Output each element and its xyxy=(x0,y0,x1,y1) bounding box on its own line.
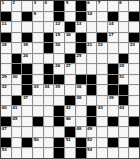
cell-r5c2[interactable] xyxy=(12,43,22,53)
cell-r2c2[interactable] xyxy=(12,12,22,22)
cell-r8c5-block xyxy=(44,75,54,85)
cell-r5c10[interactable]: 22 xyxy=(97,43,107,53)
cell-r1c1[interactable]: 1 xyxy=(1,1,11,11)
cell-r11c5[interactable] xyxy=(44,106,54,116)
clue-number: 22 xyxy=(98,43,103,48)
clue-number: 14 xyxy=(108,22,113,27)
cell-r3c12[interactable] xyxy=(119,22,129,32)
cell-r15c2[interactable] xyxy=(12,148,22,158)
cell-r5c13[interactable]: 23 xyxy=(129,43,139,53)
cell-r10c8[interactable]: 38 xyxy=(76,96,86,106)
cell-r2c1-block xyxy=(1,12,11,22)
cell-r13c4[interactable] xyxy=(33,127,43,137)
cell-r12c12[interactable] xyxy=(119,117,129,127)
cell-r14c13-block xyxy=(129,138,139,148)
clue-number: 11 xyxy=(2,22,7,27)
cell-r13c3[interactable] xyxy=(22,127,32,137)
clue-number: 5 xyxy=(66,1,68,6)
cell-r5c11[interactable] xyxy=(108,43,118,53)
cell-r6c6[interactable] xyxy=(54,54,64,64)
clue-number: 9 xyxy=(34,12,36,17)
clue-number: 34 xyxy=(44,85,49,90)
cell-r9c11-block xyxy=(108,85,118,95)
clue-number: 49 xyxy=(87,127,92,132)
cell-r11c9-block xyxy=(87,106,97,116)
clue-number: 19 xyxy=(23,43,28,48)
cell-r6c1[interactable] xyxy=(1,54,11,64)
cell-r8c3-block xyxy=(22,75,32,85)
cell-r1c5[interactable]: 4 xyxy=(44,1,54,11)
clue-number: 45 xyxy=(12,117,17,122)
cell-r4c13-block xyxy=(129,33,139,43)
clue-number: 1 xyxy=(2,1,4,6)
cell-r8c12[interactable]: 31 xyxy=(119,75,129,85)
clue-number: 27 xyxy=(66,64,71,69)
cell-r11c11[interactable] xyxy=(108,106,118,116)
cell-r13c8[interactable]: 48 xyxy=(76,127,86,137)
cell-r6c11[interactable] xyxy=(108,54,118,64)
cell-r10c3[interactable]: 37 xyxy=(22,96,32,106)
cell-r7c10[interactable] xyxy=(97,64,107,74)
cell-r1c8-block xyxy=(76,1,86,11)
cell-r3c1[interactable]: 11 xyxy=(1,22,11,32)
clue-number: 7 xyxy=(98,1,100,6)
cell-r14c10[interactable] xyxy=(97,138,107,148)
cell-r10c5[interactable] xyxy=(44,96,54,106)
clue-number: 33 xyxy=(34,85,39,90)
clue-number: 21 xyxy=(87,43,92,48)
cell-r14c11-block xyxy=(108,138,118,148)
clue-number: 8 xyxy=(119,1,121,6)
cell-r1c3[interactable] xyxy=(22,1,32,11)
cell-r2c6-block xyxy=(54,12,64,22)
cell-r3c7-block xyxy=(65,22,75,32)
cell-r3c8[interactable]: 13 xyxy=(76,22,86,32)
cell-r11c13[interactable] xyxy=(129,106,139,116)
cell-r11c8[interactable] xyxy=(76,106,86,116)
cell-r13c11[interactable] xyxy=(108,127,118,137)
cell-r3c3[interactable] xyxy=(22,22,32,32)
cell-r12c11-block xyxy=(108,117,118,127)
cell-r11c12[interactable]: 44 xyxy=(119,106,129,116)
clue-number: 25 xyxy=(76,54,81,59)
clue-number: 15 xyxy=(55,33,60,38)
cell-r12c4-block xyxy=(33,117,43,127)
cell-r5c5-block xyxy=(44,43,54,53)
cell-r10c1[interactable] xyxy=(1,96,11,106)
cell-r15c8-block xyxy=(76,148,86,158)
clue-number: 6 xyxy=(87,1,89,6)
cell-r6c7-block xyxy=(65,54,75,64)
cell-r10c12-block xyxy=(119,96,129,106)
cell-r4c10-block xyxy=(97,33,107,43)
cell-r7c9[interactable] xyxy=(87,64,97,74)
cell-r15c12[interactable] xyxy=(119,148,129,158)
cell-r13c5[interactable] xyxy=(44,127,54,137)
clue-number: 26 xyxy=(55,64,60,69)
cell-r8c13[interactable] xyxy=(129,75,139,85)
cell-r9c9-block xyxy=(87,85,97,95)
cell-r2c7[interactable] xyxy=(65,12,75,22)
cell-r9c13[interactable] xyxy=(129,85,139,95)
cell-r9c3-block xyxy=(22,85,32,95)
cell-r1c4[interactable]: 3 xyxy=(33,1,43,11)
cell-r9c2[interactable] xyxy=(12,85,22,95)
cell-r11c1[interactable]: 40 xyxy=(1,106,11,116)
crossword-grid: 1234567891011121314151617181920212223242… xyxy=(0,0,140,159)
cell-r12c13-block xyxy=(129,117,139,127)
cell-r1c7[interactable]: 5 xyxy=(65,1,75,11)
cell-r8c9-block xyxy=(87,75,97,85)
cell-r7c1[interactable] xyxy=(1,64,11,74)
cell-r9c7[interactable] xyxy=(65,85,75,95)
cell-r3c5[interactable] xyxy=(44,22,54,32)
cell-r6c9[interactable] xyxy=(87,54,97,64)
cell-r3c2[interactable] xyxy=(12,22,22,32)
clue-number: 51 xyxy=(66,138,71,143)
cell-r9c6[interactable]: 35 xyxy=(54,85,64,95)
cell-r5c4[interactable] xyxy=(33,43,43,53)
cell-r9c8[interactable]: 36 xyxy=(76,85,86,95)
cell-r6c10[interactable] xyxy=(97,54,107,64)
cell-r3c6[interactable]: 12 xyxy=(54,22,64,32)
cell-r6c2-block xyxy=(12,54,22,64)
cell-r11c7[interactable]: 42 xyxy=(65,106,75,116)
cell-r13c10[interactable] xyxy=(97,127,107,137)
cell-r4c4[interactable] xyxy=(33,33,43,43)
cell-r13c9[interactable]: 49 xyxy=(87,127,97,137)
cell-r15c6-block xyxy=(54,148,64,158)
cell-r12c2[interactable]: 45 xyxy=(12,117,22,127)
cell-r3c9[interactable] xyxy=(87,22,97,32)
cell-r2c10[interactable] xyxy=(97,12,107,22)
cell-r13c12[interactable] xyxy=(119,127,129,137)
clue-number: 48 xyxy=(76,127,81,132)
cell-r1c11[interactable] xyxy=(108,1,118,11)
cell-r4c2[interactable] xyxy=(12,33,22,43)
cell-r6c4[interactable] xyxy=(33,54,43,64)
cell-r6c8[interactable]: 25 xyxy=(76,54,86,64)
cell-r5c6[interactable]: 20 xyxy=(54,43,64,53)
clue-number: 12 xyxy=(55,22,60,27)
clue-number: 2 xyxy=(12,1,14,6)
cell-r11c6-block xyxy=(54,106,64,116)
clue-number: 52 xyxy=(87,138,92,143)
cell-r7c13[interactable] xyxy=(129,64,139,74)
cell-r11c4[interactable] xyxy=(33,106,43,116)
cell-r10c9[interactable] xyxy=(87,96,97,106)
cell-r13c7-block xyxy=(65,127,75,137)
cell-r8c6-block xyxy=(54,75,64,85)
clue-number: 35 xyxy=(55,85,60,90)
cell-r4c6[interactable]: 15 xyxy=(54,33,64,43)
clue-number: 54 xyxy=(87,148,92,153)
cell-r7c6[interactable]: 26 xyxy=(54,64,64,74)
cell-r15c10[interactable] xyxy=(97,148,107,158)
cell-r13c2[interactable] xyxy=(12,127,22,137)
cell-r13c6[interactable] xyxy=(54,127,64,137)
cell-r12c3[interactable] xyxy=(22,117,32,127)
cell-r4c1-block xyxy=(1,33,11,43)
clue-number: 29 xyxy=(2,75,7,80)
cell-r7c12[interactable]: 28 xyxy=(119,64,129,74)
cell-r12c5[interactable] xyxy=(44,117,54,127)
cell-r2c12[interactable] xyxy=(119,12,129,22)
cell-r4c3-block xyxy=(22,33,32,43)
cell-r1c2[interactable]: 2 xyxy=(12,1,22,11)
cell-r7c7[interactable]: 27 xyxy=(65,64,75,74)
clue-number: 53 xyxy=(2,148,7,153)
cell-r7c5-block xyxy=(44,64,54,74)
cell-r5c12[interactable] xyxy=(119,43,129,53)
cell-r12c9-block xyxy=(87,117,97,127)
cell-r6c13[interactable] xyxy=(129,54,139,64)
clue-number: 24 xyxy=(23,54,28,59)
cell-r7c3-block xyxy=(22,64,32,74)
cell-r5c3[interactable]: 19 xyxy=(22,43,32,53)
cell-r10c11[interactable]: 39 xyxy=(108,96,118,106)
clue-number: 32 xyxy=(2,85,7,90)
cell-r12c6-block xyxy=(54,117,64,127)
cell-r14c5[interactable] xyxy=(44,138,54,148)
cell-r14c9[interactable]: 52 xyxy=(87,138,97,148)
cell-r5c9[interactable]: 21 xyxy=(87,43,97,53)
cell-r9c5[interactable]: 34 xyxy=(44,85,54,95)
cell-r12c8[interactable] xyxy=(76,117,86,127)
cell-r7c4[interactable] xyxy=(33,64,43,74)
cell-r1c13[interactable] xyxy=(129,1,139,11)
cell-r4c7[interactable]: 16 xyxy=(65,33,75,43)
clue-number: 44 xyxy=(119,106,124,111)
cell-r10c6[interactable] xyxy=(54,96,64,106)
clue-number: 38 xyxy=(76,96,81,101)
cell-r15c7[interactable] xyxy=(65,148,75,158)
clue-number: 13 xyxy=(76,22,81,27)
clue-number: 36 xyxy=(76,85,81,90)
cell-r3c13[interactable] xyxy=(129,22,139,32)
clue-number: 42 xyxy=(66,106,71,111)
cell-r15c11[interactable] xyxy=(108,148,118,158)
cell-r2c13-block xyxy=(129,12,139,22)
cell-r5c8-block xyxy=(76,43,86,53)
cell-r10c13[interactable] xyxy=(129,96,139,106)
cell-r4c5-block xyxy=(44,33,54,43)
cell-r15c3[interactable] xyxy=(22,148,32,158)
clue-number: 31 xyxy=(119,75,124,80)
cell-r14c12[interactable] xyxy=(119,138,129,148)
cell-r14c8-block xyxy=(76,138,86,148)
clue-number: 43 xyxy=(98,106,103,111)
cell-r2c4[interactable]: 9 xyxy=(33,12,43,22)
cell-r2c3-block xyxy=(22,12,32,22)
clue-number: 37 xyxy=(23,96,28,101)
cell-r9c12-block xyxy=(119,85,129,95)
clue-number: 46 xyxy=(66,117,71,122)
cell-r7c2-block xyxy=(12,64,22,74)
cell-r3c10[interactable] xyxy=(97,22,107,32)
cell-r14c1-block xyxy=(1,138,11,148)
cell-r10c4[interactable] xyxy=(33,96,43,106)
cell-r8c8-block xyxy=(76,75,86,85)
cell-r6c12-block xyxy=(119,54,129,64)
cell-r12c7[interactable]: 46 xyxy=(65,117,75,127)
cell-r1c10[interactable]: 7 xyxy=(97,1,107,11)
clue-number: 40 xyxy=(2,106,7,111)
cell-r14c7[interactable]: 51 xyxy=(65,138,75,148)
cell-r1c12[interactable]: 8 xyxy=(119,1,129,11)
cell-r13c1[interactable]: 47 xyxy=(1,127,11,137)
clue-number: 4 xyxy=(44,1,46,6)
cell-r15c1[interactable]: 53 xyxy=(1,148,11,158)
cell-r14c4[interactable]: 50 xyxy=(33,138,43,148)
cell-r15c13[interactable] xyxy=(129,148,139,158)
cell-r5c1[interactable]: 18 xyxy=(1,43,11,53)
cell-r1c9[interactable]: 6 xyxy=(87,1,97,11)
cell-r14c6-block xyxy=(54,138,64,148)
cell-r11c3[interactable] xyxy=(22,106,32,116)
clue-number: 28 xyxy=(119,64,124,69)
cell-r6c3[interactable]: 24 xyxy=(22,54,32,64)
clue-number: 50 xyxy=(34,138,39,143)
cell-r11c10[interactable]: 43 xyxy=(97,106,107,116)
clue-number: 41 xyxy=(12,106,17,111)
clue-number: 20 xyxy=(55,43,60,48)
clue-number: 30 xyxy=(12,75,17,80)
cell-r10c7-block xyxy=(65,96,75,106)
cell-r13c13[interactable] xyxy=(129,127,139,137)
cell-r4c12[interactable] xyxy=(119,33,129,43)
cell-r10c10[interactable] xyxy=(97,96,107,106)
cell-r14c2[interactable] xyxy=(12,138,22,148)
cell-r14c3-block xyxy=(22,138,32,148)
cell-r8c7[interactable] xyxy=(65,75,75,85)
cell-r15c9[interactable]: 54 xyxy=(87,148,97,158)
cell-r15c4[interactable] xyxy=(33,148,43,158)
clue-number: 23 xyxy=(130,43,135,48)
clue-number: 10 xyxy=(87,12,92,17)
cell-r2c9[interactable]: 10 xyxy=(87,12,97,22)
cell-r12c10[interactable] xyxy=(97,117,107,127)
cell-r7c8[interactable] xyxy=(76,64,86,74)
clue-number: 17 xyxy=(108,33,113,38)
cell-r10c2-block xyxy=(12,96,22,106)
cell-r3c4[interactable] xyxy=(33,22,43,32)
cell-r12c1-block xyxy=(1,117,11,127)
cell-r8c2[interactable]: 30 xyxy=(12,75,22,85)
clue-number: 3 xyxy=(34,1,36,6)
cell-r9c10[interactable] xyxy=(97,85,107,95)
cell-r3c11[interactable]: 14 xyxy=(108,22,118,32)
cell-r8c11-block xyxy=(108,75,118,85)
cell-r7c11-block xyxy=(108,64,118,74)
cell-r4c8-block xyxy=(76,33,86,43)
cell-r8c4[interactable] xyxy=(33,75,43,85)
cell-r2c8-block xyxy=(76,12,86,22)
cell-r6c5[interactable] xyxy=(44,54,54,64)
cell-r1c6-block xyxy=(54,1,64,11)
clue-number: 39 xyxy=(108,96,113,101)
cell-r8c1[interactable]: 29 xyxy=(1,75,11,85)
cell-r2c5[interactable] xyxy=(44,12,54,22)
cell-r2c11-block xyxy=(108,12,118,22)
cell-r5c7[interactable] xyxy=(65,43,75,53)
cell-r9c1[interactable]: 32 xyxy=(1,85,11,95)
cell-r9c4[interactable]: 33 xyxy=(33,85,43,95)
cell-r11c2[interactable]: 41 xyxy=(12,106,22,116)
cell-r4c11[interactable]: 17 xyxy=(108,33,118,43)
clue-number: 47 xyxy=(2,127,7,132)
cell-r15c5[interactable] xyxy=(44,148,54,158)
cell-r4c9[interactable] xyxy=(87,33,97,43)
clue-number: 16 xyxy=(66,33,71,38)
clue-number: 18 xyxy=(2,43,7,48)
cell-r8c10[interactable] xyxy=(97,75,107,85)
